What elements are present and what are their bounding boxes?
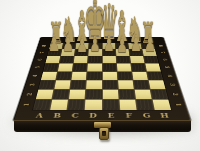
square [136, 100, 154, 110]
board-squares-grid [32, 43, 172, 111]
square [75, 49, 88, 56]
rank-label: 6 [162, 59, 168, 61]
file-label: F [125, 113, 132, 119]
square [60, 56, 74, 63]
square [88, 56, 101, 63]
square [102, 43, 115, 49]
square [117, 64, 131, 72]
square [134, 90, 151, 99]
file-label: H [160, 113, 170, 119]
square [141, 43, 155, 49]
rank-label: 4 [166, 75, 173, 77]
file-label: E [108, 113, 115, 119]
square [89, 49, 102, 56]
square [131, 64, 146, 72]
file-label: C [71, 113, 79, 119]
square [129, 49, 143, 56]
square [102, 56, 115, 63]
square [70, 80, 86, 89]
square [149, 80, 166, 89]
square [150, 90, 168, 99]
square [102, 90, 118, 99]
square [39, 80, 56, 89]
rank-label: 5 [34, 66, 40, 68]
clasp-hole [102, 131, 106, 136]
square [116, 56, 130, 63]
square [85, 100, 101, 110]
file-label: D [89, 113, 97, 119]
square [102, 72, 117, 80]
square [87, 72, 102, 80]
rank-label: 5 [164, 66, 170, 68]
square [74, 56, 88, 63]
square [36, 90, 54, 99]
square [102, 80, 117, 89]
rank-label: 1 [174, 103, 181, 106]
file-label: B [53, 113, 61, 119]
square [68, 100, 85, 110]
square [45, 56, 60, 63]
brass-clasp [99, 127, 109, 140]
square [133, 80, 149, 89]
square [76, 43, 89, 49]
square [86, 80, 101, 89]
square [62, 43, 75, 49]
rank-label: 2 [25, 93, 32, 96]
rank-label: 8 [158, 45, 164, 47]
square [116, 49, 129, 56]
file-label: G [143, 113, 152, 119]
square [73, 64, 87, 72]
rank-label: 7 [39, 52, 45, 54]
square [89, 43, 102, 49]
square [118, 90, 134, 99]
square [86, 90, 102, 99]
rank-label: 2 [171, 93, 178, 96]
square [88, 64, 102, 72]
square [147, 72, 163, 80]
file-label: A [35, 113, 43, 119]
rank-label: 8 [41, 45, 47, 47]
rank-label: 4 [31, 75, 38, 77]
square [47, 49, 61, 56]
square [102, 100, 118, 110]
square [72, 72, 87, 80]
square [119, 100, 136, 110]
square [53, 90, 70, 99]
square [128, 43, 141, 49]
square [117, 72, 132, 80]
square [56, 72, 72, 80]
square [153, 100, 172, 110]
square [132, 72, 148, 80]
square [115, 43, 128, 49]
square [142, 49, 156, 56]
chess-set-photo: ABCDEFGH 87654321 87654321 ♜♞♝♚♛♝♞♜♟♟♟♟♟… [0, 0, 200, 151]
square [130, 56, 144, 63]
square [58, 64, 73, 72]
square [118, 80, 134, 89]
square [43, 64, 58, 72]
rank-label: 6 [36, 59, 42, 61]
square [55, 80, 71, 89]
chess-board: ABCDEFGH 87654321 87654321 [13, 37, 191, 121]
square [69, 90, 85, 99]
square [61, 49, 75, 56]
rank-label: 7 [160, 52, 166, 54]
rank-label: 3 [28, 83, 35, 85]
square [145, 64, 160, 72]
rank-label: 1 [22, 103, 29, 106]
rank-label: 3 [169, 83, 176, 85]
square [102, 64, 116, 72]
square [144, 56, 159, 63]
square [33, 100, 52, 110]
square [50, 100, 68, 110]
square [102, 49, 115, 56]
square [41, 72, 57, 80]
square [49, 43, 63, 49]
